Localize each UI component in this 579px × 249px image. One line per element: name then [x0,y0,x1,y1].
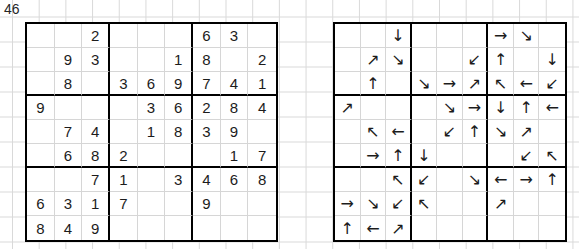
givens-cell-r4c7[interactable]: 2 [193,96,221,120]
givens-cell-r3c9[interactable]: 1 [248,72,276,96]
givens-cell-r2c6[interactable]: 1 [165,48,193,72]
arrow-cell-r4c9[interactable]: ← [539,96,565,120]
arrow-cell-r2c2[interactable]: ↗ [361,48,387,72]
givens-cell-r7c3[interactable]: 7 [82,168,110,192]
givens-cell-r5c2[interactable]: 7 [55,120,83,144]
arrow-cell-r3c1[interactable] [335,72,361,96]
givens-cell-r5c1[interactable] [27,120,55,144]
arrow-cell-r5c8[interactable]: ↗ [514,120,540,144]
givens-cell-r5c3[interactable]: 4 [82,120,110,144]
givens-cell-r9c8[interactable] [221,216,249,240]
arrow-cell-r8c3[interactable]: ↙ [386,192,412,216]
arrow-cell-r4c8[interactable]: ↑ [514,96,540,120]
givens-cell-r6c3[interactable]: 8 [82,144,110,168]
arrow-cell-r5c6[interactable]: ↑ [463,120,489,144]
givens-cell-r5c8[interactable]: 9 [221,120,249,144]
arrow-cell-r3c8[interactable]: ← [514,72,540,96]
givens-cell-r4c3[interactable] [82,96,110,120]
givens-cell-r4c4[interactable] [110,96,138,120]
givens-cell-r8c5[interactable] [138,192,166,216]
givens-cell-r4c5[interactable]: 3 [138,96,166,120]
givens-cell-r1c1[interactable] [27,24,55,48]
arrow-cell-r6c9[interactable]: ↖ [539,144,565,168]
givens-cell-r6c1[interactable] [27,144,55,168]
givens-cell-r5c7[interactable]: 3 [193,120,221,144]
arrow-cell-r8c8[interactable] [514,192,540,216]
arrow-cell-r6c1[interactable] [335,144,361,168]
arrow-cell-r9c3[interactable]: ↗ [386,216,412,240]
givens-cell-r3c7[interactable]: 7 [193,72,221,96]
arrow-cell-r8c7[interactable]: ↗ [488,192,514,216]
arrow-cell-r3c4[interactable]: ↘ [412,72,438,96]
givens-cell-r3c1[interactable] [27,72,55,96]
arrow-cell-r6c5[interactable] [437,144,463,168]
arrow-cell-r2c5[interactable] [437,48,463,72]
givens-cell-r6c4[interactable]: 2 [110,144,138,168]
givens-cell-r2c2[interactable]: 9 [55,48,83,72]
arrow-cell-r9c7[interactable] [488,216,514,240]
givens-cell-r6c9[interactable]: 7 [248,144,276,168]
givens-cell-r2c8[interactable] [221,48,249,72]
arrow-cell-r4c4[interactable] [412,96,438,120]
arrow-cell-r1c3[interactable]: ↓ [386,24,412,48]
givens-cell-r6c6[interactable] [165,144,193,168]
givens-cell-r1c6[interactable] [165,24,193,48]
arrow-cell-r5c3[interactable]: ← [386,120,412,144]
givens-cell-r9c6[interactable] [165,216,193,240]
arrow-cell-r7c9[interactable]: ↑ [539,168,565,192]
givens-cell-r1c5[interactable] [138,24,166,48]
arrow-cell-r1c1[interactable] [335,24,361,48]
givens-cell-r3c5[interactable]: 6 [138,72,166,96]
givens-cell-r1c8[interactable]: 3 [221,24,249,48]
arrow-cell-r5c1[interactable] [335,120,361,144]
givens-cell-r1c2[interactable] [55,24,83,48]
arrow-cell-r7c8[interactable]: → [514,168,540,192]
arrow-cell-r5c9[interactable] [539,120,565,144]
givens-cell-r7c1[interactable] [27,168,55,192]
arrow-cell-r9c5[interactable] [437,216,463,240]
givens-cell-r7c6[interactable]: 3 [165,168,193,192]
arrow-cell-r9c2[interactable]: ← [361,216,387,240]
givens-cell-r8c8[interactable] [221,192,249,216]
arrow-cell-r2c8[interactable] [514,48,540,72]
arrow-cell-r8c1[interactable]: → [335,192,361,216]
arrow-cell-r1c2[interactable] [361,24,387,48]
arrow-cell-r3c2[interactable]: ↑ [361,72,387,96]
givens-cell-r8c6[interactable] [165,192,193,216]
arrow-cell-r3c7[interactable]: ↖ [488,72,514,96]
arrow-cell-r7c3[interactable]: ↖ [386,168,412,192]
givens-cell-r7c2[interactable] [55,168,83,192]
givens-cell-r2c9[interactable]: 2 [248,48,276,72]
givens-cell-r6c5[interactable] [138,144,166,168]
arrow-cell-r8c4[interactable]: ↖ [412,192,438,216]
arrow-cell-r4c3[interactable] [386,96,412,120]
arrow-cell-r9c4[interactable] [412,216,438,240]
givens-cell-r1c9[interactable] [248,24,276,48]
givens-cell-r8c9[interactable] [248,192,276,216]
arrow-cell-r6c7[interactable] [488,144,514,168]
arrow-cell-r5c4[interactable] [412,120,438,144]
arrow-cell-r3c6[interactable]: ↗ [463,72,489,96]
givens-cell-r7c4[interactable]: 1 [110,168,138,192]
givens-cell-r4c9[interactable]: 4 [248,96,276,120]
arrow-cell-r4c6[interactable]: → [463,96,489,120]
givens-cell-r2c4[interactable] [110,48,138,72]
givens-cell-r7c5[interactable] [138,168,166,192]
givens-cell-r4c6[interactable]: 6 [165,96,193,120]
givens-cell-r2c5[interactable] [138,48,166,72]
givens-cell-r9c1[interactable]: 8 [27,216,55,240]
arrow-cell-r2c6[interactable]: ↙ [463,48,489,72]
givens-cell-r8c1[interactable]: 6 [27,192,55,216]
givens-cell-r6c8[interactable]: 1 [221,144,249,168]
givens-cell-r7c7[interactable]: 4 [193,168,221,192]
givens-cell-r2c7[interactable]: 8 [193,48,221,72]
arrow-hints-board: ↓→↘↗↘↙↑↓↑↘→↗↖←↙↗↘→↓↑←↖←↙↑↘↗→↑↓↙↖↖↙↘←→↑→↘… [333,22,567,242]
givens-cell-r3c6[interactable]: 9 [165,72,193,96]
givens-cell-r4c8[interactable]: 8 [221,96,249,120]
givens-cell-r1c3[interactable]: 2 [82,24,110,48]
arrow-cell-r1c9[interactable] [539,24,565,48]
givens-cell-r9c4[interactable] [110,216,138,240]
arrow-cell-r2c4[interactable] [412,48,438,72]
arrow-cell-r2c7[interactable]: ↑ [488,48,514,72]
givens-cell-r9c5[interactable] [138,216,166,240]
arrow-cell-r3c9[interactable]: ↙ [539,72,565,96]
arrow-cell-r3c5[interactable]: → [437,72,463,96]
givens-cell-r6c7[interactable] [193,144,221,168]
arrow-cell-r8c6[interactable] [463,192,489,216]
arrow-cell-r1c5[interactable] [437,24,463,48]
arrow-cell-r7c7[interactable]: ← [488,168,514,192]
arrow-cell-r9c8[interactable] [514,216,540,240]
givens-cell-r9c3[interactable]: 9 [82,216,110,240]
arrow-cell-r7c4[interactable]: ↙ [412,168,438,192]
arrow-cell-r6c2[interactable]: → [361,144,387,168]
arrow-cell-r4c7[interactable]: ↓ [488,96,514,120]
arrow-cell-r1c6[interactable] [463,24,489,48]
givens-cell-r5c4[interactable] [110,120,138,144]
arrow-cell-r2c3[interactable]: ↘ [386,48,412,72]
arrow-cell-r5c5[interactable]: ↙ [437,120,463,144]
givens-cell-r3c3[interactable] [82,72,110,96]
givens-cell-r9c2[interactable]: 4 [55,216,83,240]
arrow-cell-r8c5[interactable] [437,192,463,216]
arrow-cell-r5c2[interactable]: ↖ [361,120,387,144]
givens-cell-r3c2[interactable]: 8 [55,72,83,96]
givens-cell-r5c9[interactable] [248,120,276,144]
arrow-cell-r4c5[interactable]: ↘ [437,96,463,120]
arrow-cell-r9c6[interactable] [463,216,489,240]
arrow-cell-r6c4[interactable]: ↓ [412,144,438,168]
givens-cell-r7c8[interactable]: 6 [221,168,249,192]
arrow-cell-r1c8[interactable]: ↘ [514,24,540,48]
spreadsheet-canvas: 46 2639318283697419362847418396821771346… [0,0,579,249]
givens-cell-r9c9[interactable] [248,216,276,240]
arrow-cell-r1c4[interactable] [412,24,438,48]
arrow-cell-r6c6[interactable] [463,144,489,168]
givens-cell-r4c2[interactable] [55,96,83,120]
givens-cell-r9c7[interactable] [193,216,221,240]
arrow-cell-r1c7[interactable]: → [488,24,514,48]
givens-cell-r8c7[interactable]: 9 [193,192,221,216]
givens-cell-r8c3[interactable]: 1 [82,192,110,216]
sudoku-givens-board: 2639318283697419362847418396821771346863… [25,22,278,242]
arrow-cell-r7c5[interactable] [437,168,463,192]
puzzle-number-label: 46 [4,2,20,17]
givens-cell-r2c1[interactable] [27,48,55,72]
arrow-cell-r2c1[interactable] [335,48,361,72]
givens-cell-r1c7[interactable]: 6 [193,24,221,48]
givens-cell-r8c4[interactable]: 7 [110,192,138,216]
arrow-cell-r8c9[interactable] [539,192,565,216]
givens-cell-r8c2[interactable]: 3 [55,192,83,216]
arrow-cell-r7c2[interactable] [361,168,387,192]
givens-cell-r3c8[interactable]: 4 [221,72,249,96]
arrow-cell-r6c8[interactable]: ↙ [514,144,540,168]
arrow-cell-r5c7[interactable]: ↘ [488,120,514,144]
givens-cell-r1c4[interactable] [110,24,138,48]
arrow-cell-r6c3[interactable]: ↑ [386,144,412,168]
arrow-cell-r4c2[interactable] [361,96,387,120]
arrow-cell-r8c2[interactable]: ↘ [361,192,387,216]
arrow-cell-r7c6[interactable]: ↘ [463,168,489,192]
arrow-cell-r9c1[interactable]: ↑ [335,216,361,240]
givens-cell-r5c5[interactable]: 1 [138,120,166,144]
arrow-cell-r2c9[interactable]: ↓ [539,48,565,72]
arrow-cell-r9c9[interactable] [539,216,565,240]
arrow-cell-r7c1[interactable] [335,168,361,192]
givens-cell-r2c3[interactable]: 3 [82,48,110,72]
givens-cell-r7c9[interactable]: 8 [248,168,276,192]
arrow-cell-r3c3[interactable] [386,72,412,96]
givens-cell-r4c1[interactable]: 9 [27,96,55,120]
givens-cell-r3c4[interactable]: 3 [110,72,138,96]
arrow-cell-r4c1[interactable]: ↗ [335,96,361,120]
givens-cell-r5c6[interactable]: 8 [165,120,193,144]
givens-cell-r6c2[interactable]: 6 [55,144,83,168]
